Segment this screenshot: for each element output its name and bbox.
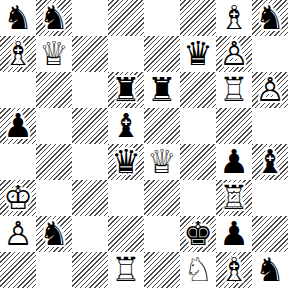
square-d1[interactable]: ♖ bbox=[108, 252, 144, 288]
square-h5[interactable] bbox=[252, 108, 288, 144]
piece-black-knight: ♞ bbox=[255, 252, 285, 288]
square-h1[interactable]: ♞ bbox=[252, 252, 288, 288]
square-c2[interactable] bbox=[72, 216, 108, 252]
piece-black-knight: ♞ bbox=[39, 216, 69, 252]
square-h6[interactable]: ♙ bbox=[252, 72, 288, 108]
chess-board: ♞♞♗♞♗♕♛♙♜♜♖♙♟♝♛♕♟♝♔♖♙♞♚♟♖♘♗♞ bbox=[0, 0, 288, 288]
square-f4[interactable] bbox=[180, 144, 216, 180]
piece-black-queen: ♛ bbox=[183, 36, 213, 72]
square-b4[interactable] bbox=[36, 144, 72, 180]
piece-black-knight: ♞ bbox=[39, 0, 69, 36]
square-e5[interactable] bbox=[144, 108, 180, 144]
piece-black-pawn: ♟ bbox=[3, 108, 33, 144]
square-g3[interactable]: ♖ bbox=[216, 180, 252, 216]
piece-black-bishop: ♝ bbox=[111, 108, 141, 144]
piece-white-rook: ♖ bbox=[111, 252, 141, 288]
square-c7[interactable] bbox=[72, 36, 108, 72]
square-c3[interactable] bbox=[72, 180, 108, 216]
piece-black-knight: ♞ bbox=[3, 0, 33, 36]
piece-black-rook: ♜ bbox=[111, 72, 141, 108]
square-b3[interactable] bbox=[36, 180, 72, 216]
square-f5[interactable] bbox=[180, 108, 216, 144]
square-d8[interactable] bbox=[108, 0, 144, 36]
square-g6[interactable]: ♖ bbox=[216, 72, 252, 108]
square-a7[interactable]: ♗ bbox=[0, 36, 36, 72]
piece-black-knight: ♞ bbox=[255, 0, 285, 36]
square-c1[interactable] bbox=[72, 252, 108, 288]
square-d7[interactable] bbox=[108, 36, 144, 72]
square-g8[interactable]: ♗ bbox=[216, 0, 252, 36]
piece-white-bishop: ♗ bbox=[219, 0, 249, 36]
piece-white-bishop: ♗ bbox=[219, 252, 249, 288]
square-b6[interactable] bbox=[36, 72, 72, 108]
square-f6[interactable] bbox=[180, 72, 216, 108]
square-h4[interactable]: ♝ bbox=[252, 144, 288, 180]
square-h2[interactable] bbox=[252, 216, 288, 252]
square-d2[interactable] bbox=[108, 216, 144, 252]
square-b2[interactable]: ♞ bbox=[36, 216, 72, 252]
square-a4[interactable] bbox=[0, 144, 36, 180]
piece-black-pawn: ♟ bbox=[219, 216, 249, 252]
piece-white-rook: ♖ bbox=[219, 180, 249, 216]
piece-white-pawn: ♙ bbox=[255, 72, 285, 108]
square-a3[interactable]: ♔ bbox=[0, 180, 36, 216]
square-c5[interactable] bbox=[72, 108, 108, 144]
square-a2[interactable]: ♙ bbox=[0, 216, 36, 252]
square-b1[interactable] bbox=[36, 252, 72, 288]
piece-black-king: ♚ bbox=[183, 216, 213, 252]
square-f8[interactable] bbox=[180, 0, 216, 36]
piece-white-pawn: ♙ bbox=[219, 36, 249, 72]
piece-black-pawn: ♟ bbox=[219, 144, 249, 180]
square-c8[interactable] bbox=[72, 0, 108, 36]
square-f1[interactable]: ♘ bbox=[180, 252, 216, 288]
piece-black-queen: ♛ bbox=[111, 144, 141, 180]
square-c6[interactable] bbox=[72, 72, 108, 108]
square-g2[interactable]: ♟ bbox=[216, 216, 252, 252]
square-e7[interactable] bbox=[144, 36, 180, 72]
piece-white-bishop: ♗ bbox=[3, 36, 33, 72]
piece-white-queen: ♕ bbox=[147, 144, 177, 180]
square-d4[interactable]: ♛ bbox=[108, 144, 144, 180]
square-b5[interactable] bbox=[36, 108, 72, 144]
square-h3[interactable] bbox=[252, 180, 288, 216]
square-h8[interactable]: ♞ bbox=[252, 0, 288, 36]
square-h7[interactable] bbox=[252, 36, 288, 72]
square-g7[interactable]: ♙ bbox=[216, 36, 252, 72]
square-d6[interactable]: ♜ bbox=[108, 72, 144, 108]
piece-white-king: ♔ bbox=[3, 180, 33, 216]
square-e3[interactable] bbox=[144, 180, 180, 216]
piece-white-knight: ♘ bbox=[183, 252, 213, 288]
square-g4[interactable]: ♟ bbox=[216, 144, 252, 180]
square-e2[interactable] bbox=[144, 216, 180, 252]
square-a6[interactable] bbox=[0, 72, 36, 108]
square-a5[interactable]: ♟ bbox=[0, 108, 36, 144]
square-c4[interactable] bbox=[72, 144, 108, 180]
square-a8[interactable]: ♞ bbox=[0, 0, 36, 36]
piece-white-queen: ♕ bbox=[39, 36, 69, 72]
piece-black-rook: ♜ bbox=[147, 72, 177, 108]
square-e6[interactable]: ♜ bbox=[144, 72, 180, 108]
square-f7[interactable]: ♛ bbox=[180, 36, 216, 72]
square-b8[interactable]: ♞ bbox=[36, 0, 72, 36]
piece-black-bishop: ♝ bbox=[255, 144, 285, 180]
square-g1[interactable]: ♗ bbox=[216, 252, 252, 288]
square-g5[interactable] bbox=[216, 108, 252, 144]
square-e1[interactable] bbox=[144, 252, 180, 288]
square-e8[interactable] bbox=[144, 0, 180, 36]
square-f3[interactable] bbox=[180, 180, 216, 216]
square-d5[interactable]: ♝ bbox=[108, 108, 144, 144]
piece-white-pawn: ♙ bbox=[3, 216, 33, 252]
piece-white-rook: ♖ bbox=[219, 72, 249, 108]
square-b7[interactable]: ♕ bbox=[36, 36, 72, 72]
square-f2[interactable]: ♚ bbox=[180, 216, 216, 252]
square-a1[interactable] bbox=[0, 252, 36, 288]
square-d3[interactable] bbox=[108, 180, 144, 216]
square-e4[interactable]: ♕ bbox=[144, 144, 180, 180]
